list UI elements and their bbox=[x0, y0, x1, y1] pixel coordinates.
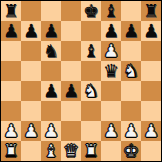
square-a4[interactable] bbox=[1, 81, 21, 101]
square-h7[interactable]: ♟ bbox=[141, 21, 161, 41]
white-king[interactable]: ♚ bbox=[121, 141, 141, 161]
square-d3[interactable] bbox=[61, 101, 81, 121]
square-a7[interactable]: ♟ bbox=[1, 21, 21, 41]
square-c8[interactable] bbox=[41, 1, 61, 21]
square-b3[interactable] bbox=[21, 101, 41, 121]
square-e1[interactable]: ♜ bbox=[81, 141, 101, 161]
square-b7[interactable]: ♟ bbox=[21, 21, 41, 41]
square-c5[interactable] bbox=[41, 61, 61, 81]
black-king[interactable]: ♚ bbox=[81, 1, 101, 21]
square-c2[interactable]: ♟ bbox=[41, 121, 61, 141]
black-pawn[interactable]: ♟ bbox=[21, 21, 41, 41]
white-rook[interactable]: ♜ bbox=[81, 141, 101, 161]
square-d1[interactable]: ♛ bbox=[61, 141, 81, 161]
square-h5[interactable] bbox=[141, 61, 161, 81]
square-h4[interactable] bbox=[141, 81, 161, 101]
black-pawn[interactable]: ♟ bbox=[41, 21, 61, 41]
square-b4[interactable] bbox=[21, 81, 41, 101]
black-rook[interactable]: ♜ bbox=[141, 1, 161, 21]
white-pawn[interactable]: ♟ bbox=[101, 41, 121, 61]
square-b6[interactable] bbox=[21, 41, 41, 61]
square-g5[interactable]: ♞ bbox=[121, 61, 141, 81]
black-pawn[interactable]: ♟ bbox=[61, 81, 81, 101]
square-h6[interactable] bbox=[141, 41, 161, 61]
white-pawn[interactable]: ♟ bbox=[101, 121, 121, 141]
square-b2[interactable]: ♟ bbox=[21, 121, 41, 141]
square-g8[interactable] bbox=[121, 1, 141, 21]
square-e8[interactable]: ♚ bbox=[81, 1, 101, 21]
black-bishop[interactable]: ♝ bbox=[101, 1, 121, 21]
chess-board: ♜♚♝♜♟♟♟♟♟♟♞♝♟♛♞♟♟♞♟♟♟♟♟♟♜♝♛♜♚ bbox=[0, 0, 162, 162]
square-f6[interactable]: ♟ bbox=[101, 41, 121, 61]
square-d7[interactable] bbox=[61, 21, 81, 41]
square-b1[interactable] bbox=[21, 141, 41, 161]
black-pawn[interactable]: ♟ bbox=[101, 21, 121, 41]
square-a2[interactable]: ♟ bbox=[1, 121, 21, 141]
white-pawn[interactable]: ♟ bbox=[141, 121, 161, 141]
square-e3[interactable] bbox=[81, 101, 101, 121]
square-e7[interactable] bbox=[81, 21, 101, 41]
square-a3[interactable] bbox=[1, 101, 21, 121]
black-bishop[interactable]: ♝ bbox=[81, 41, 101, 61]
black-pawn[interactable]: ♟ bbox=[1, 21, 21, 41]
square-f4[interactable] bbox=[101, 81, 121, 101]
square-f3[interactable] bbox=[101, 101, 121, 121]
black-pawn[interactable]: ♟ bbox=[141, 21, 161, 41]
square-h1[interactable] bbox=[141, 141, 161, 161]
square-d5[interactable] bbox=[61, 61, 81, 81]
square-g7[interactable]: ♟ bbox=[121, 21, 141, 41]
square-d4[interactable]: ♟ bbox=[61, 81, 81, 101]
square-f8[interactable]: ♝ bbox=[101, 1, 121, 21]
square-g3[interactable] bbox=[121, 101, 141, 121]
square-c7[interactable]: ♟ bbox=[41, 21, 61, 41]
white-knight[interactable]: ♞ bbox=[121, 61, 141, 81]
white-pawn[interactable]: ♟ bbox=[121, 121, 141, 141]
square-f5[interactable]: ♛ bbox=[101, 61, 121, 81]
square-a5[interactable] bbox=[1, 61, 21, 81]
square-d8[interactable] bbox=[61, 1, 81, 21]
square-h8[interactable]: ♜ bbox=[141, 1, 161, 21]
square-e6[interactable]: ♝ bbox=[81, 41, 101, 61]
square-d2[interactable] bbox=[61, 121, 81, 141]
square-g2[interactable]: ♟ bbox=[121, 121, 141, 141]
square-a8[interactable]: ♜ bbox=[1, 1, 21, 21]
square-f2[interactable]: ♟ bbox=[101, 121, 121, 141]
square-g1[interactable]: ♚ bbox=[121, 141, 141, 161]
square-e2[interactable] bbox=[81, 121, 101, 141]
square-e4[interactable]: ♞ bbox=[81, 81, 101, 101]
square-c1[interactable]: ♝ bbox=[41, 141, 61, 161]
square-f7[interactable]: ♟ bbox=[101, 21, 121, 41]
square-h3[interactable] bbox=[141, 101, 161, 121]
white-rook[interactable]: ♜ bbox=[1, 141, 21, 161]
white-pawn[interactable]: ♟ bbox=[1, 121, 21, 141]
square-a1[interactable]: ♜ bbox=[1, 141, 21, 161]
square-a6[interactable] bbox=[1, 41, 21, 61]
square-g6[interactable] bbox=[121, 41, 141, 61]
square-c3[interactable] bbox=[41, 101, 61, 121]
square-c4[interactable]: ♟ bbox=[41, 81, 61, 101]
square-b8[interactable] bbox=[21, 1, 41, 21]
square-g4[interactable] bbox=[121, 81, 141, 101]
black-knight[interactable]: ♞ bbox=[41, 41, 61, 61]
square-c6[interactable]: ♞ bbox=[41, 41, 61, 61]
square-b5[interactable] bbox=[21, 61, 41, 81]
white-bishop[interactable]: ♝ bbox=[41, 141, 61, 161]
white-pawn[interactable]: ♟ bbox=[41, 121, 61, 141]
square-e5[interactable] bbox=[81, 61, 101, 81]
square-h2[interactable]: ♟ bbox=[141, 121, 161, 141]
square-d6[interactable] bbox=[61, 41, 81, 61]
black-queen[interactable]: ♛ bbox=[101, 61, 121, 81]
square-f1[interactable] bbox=[101, 141, 121, 161]
black-rook[interactable]: ♜ bbox=[1, 1, 21, 21]
white-knight[interactable]: ♞ bbox=[81, 81, 101, 101]
black-pawn[interactable]: ♟ bbox=[121, 21, 141, 41]
white-queen[interactable]: ♛ bbox=[61, 141, 81, 161]
white-pawn[interactable]: ♟ bbox=[21, 121, 41, 141]
black-pawn[interactable]: ♟ bbox=[41, 81, 61, 101]
